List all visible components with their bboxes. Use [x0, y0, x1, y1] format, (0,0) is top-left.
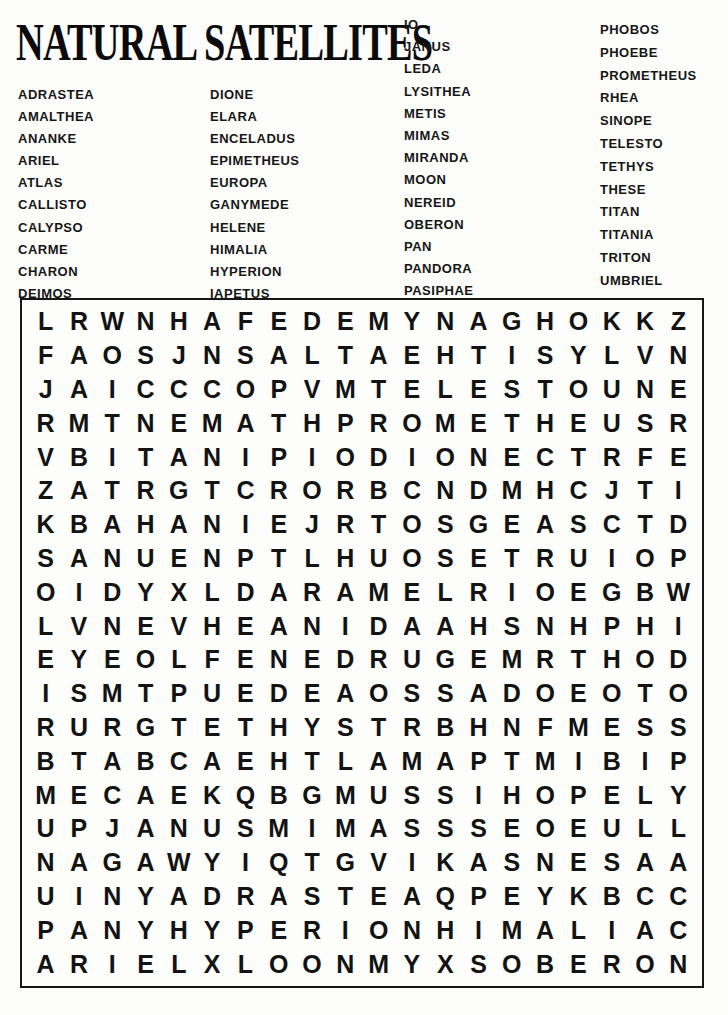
grid-cell: S	[429, 508, 462, 542]
grid-cell: N	[662, 947, 695, 981]
grid-cell: O	[96, 339, 129, 373]
grid-cell: O	[295, 947, 328, 981]
grid-cell: Q	[262, 846, 295, 880]
word-list-item: CHARON	[18, 261, 94, 283]
grid-cell: A	[528, 508, 561, 542]
grid-cell: M	[362, 947, 395, 981]
grid-cell: N	[195, 542, 228, 576]
grid-cell: E	[595, 711, 628, 745]
grid-cell: I	[662, 609, 695, 643]
grid-cell: N	[495, 711, 528, 745]
grid-cell: E	[495, 440, 528, 474]
word-list-item: DIONE	[210, 84, 300, 106]
grid-cell: I	[295, 812, 328, 846]
word-list-item: EUROPA	[210, 172, 300, 194]
grid-cell: H	[129, 508, 162, 542]
grid-cell: I	[628, 744, 661, 778]
word-list-item: UMBRIEL	[600, 270, 697, 293]
grid-cell: A	[362, 339, 395, 373]
word-list-item: HYPERION	[210, 261, 300, 283]
grid-cell: E	[229, 643, 262, 677]
grid-cell: N	[662, 339, 695, 373]
grid-cell: I	[495, 575, 528, 609]
grid-cell: I	[29, 677, 62, 711]
grid-cell: S	[29, 542, 62, 576]
grid-cell: H	[462, 711, 495, 745]
grid-cell: U	[62, 711, 95, 745]
grid-cell: R	[362, 406, 395, 440]
grid-cell: E	[295, 643, 328, 677]
grid-cell: A	[395, 609, 428, 643]
word-list-item: MIRANDA	[404, 147, 474, 169]
grid-cell: M	[29, 778, 62, 812]
word-list-item: TELESTO	[600, 133, 697, 156]
grid-cell: S	[395, 677, 428, 711]
grid-cell: B	[62, 440, 95, 474]
grid-cell: J	[29, 373, 62, 407]
grid-cell: E	[495, 812, 528, 846]
grid-cell: R	[462, 575, 495, 609]
grid-cell: E	[129, 947, 162, 981]
grid-cell: N	[96, 880, 129, 914]
word-list-item: ANANKE	[18, 128, 94, 150]
grid-cell: R	[528, 643, 561, 677]
grid-cell: T	[562, 440, 595, 474]
grid-cell: B	[29, 744, 62, 778]
grid-cell: V	[628, 339, 661, 373]
grid-cell: H	[462, 609, 495, 643]
grid-cell: B	[262, 778, 295, 812]
grid-cell: P	[162, 677, 195, 711]
grid-cell: U	[362, 542, 395, 576]
grid-cell: A	[462, 305, 495, 339]
word-list-item: ARIEL	[18, 150, 94, 172]
grid-cell: F	[229, 305, 262, 339]
grid-cell: Y	[395, 305, 428, 339]
grid-cell: E	[495, 508, 528, 542]
grid-cell: C	[395, 474, 428, 508]
grid-cell: K	[195, 778, 228, 812]
grid-cell: B	[429, 711, 462, 745]
grid-cell: H	[195, 609, 228, 643]
grid-cell: F	[628, 440, 661, 474]
grid-cell: U	[595, 406, 628, 440]
grid-cell: I	[395, 846, 428, 880]
grid-cell: O	[29, 575, 62, 609]
grid-cell: T	[362, 711, 395, 745]
grid-cell: Y	[129, 575, 162, 609]
grid-cell: E	[562, 846, 595, 880]
grid-cell: K	[429, 846, 462, 880]
grid-cell: S	[229, 812, 262, 846]
grid-cell: M	[495, 643, 528, 677]
grid-cell: N	[29, 846, 62, 880]
grid-cell: O	[362, 913, 395, 947]
grid-cell: E	[562, 406, 595, 440]
grid-cell: V	[162, 609, 195, 643]
grid-cell: Y	[195, 846, 228, 880]
grid-cell: R	[29, 406, 62, 440]
grid-cell: T	[295, 744, 328, 778]
grid-cell: A	[29, 947, 62, 981]
grid-cell: T	[362, 508, 395, 542]
grid-cell: S	[528, 339, 561, 373]
grid-cell: A	[528, 913, 561, 947]
grid-cell: L	[295, 542, 328, 576]
grid-cell: Q	[229, 778, 262, 812]
grid-cell: L	[162, 643, 195, 677]
grid-cell: A	[96, 744, 129, 778]
grid-cell: C	[229, 474, 262, 508]
grid-cell: O	[528, 575, 561, 609]
grid-cell: T	[628, 677, 661, 711]
word-list-item: JANUS	[404, 36, 474, 58]
grid-cell: A	[429, 609, 462, 643]
word-list-item: HELENE	[210, 217, 300, 239]
word-list-item: ENCELADUS	[210, 128, 300, 150]
grid-cell: O	[528, 778, 561, 812]
grid-cell: E	[495, 880, 528, 914]
grid-cell: T	[96, 474, 129, 508]
grid-cell: N	[528, 846, 561, 880]
grid-cell: Y	[129, 880, 162, 914]
grid-cell: S	[495, 846, 528, 880]
grid-cell: P	[262, 440, 295, 474]
grid-cell: A	[162, 880, 195, 914]
grid-cell: O	[495, 947, 528, 981]
grid-cell: A	[129, 846, 162, 880]
grid-cell: U	[29, 812, 62, 846]
grid-cell: Y	[195, 913, 228, 947]
grid-cell: E	[195, 711, 228, 745]
grid-cell: T	[628, 474, 661, 508]
grid-cell: E	[662, 373, 695, 407]
grid-cell: N	[195, 339, 228, 373]
grid-cell: E	[162, 542, 195, 576]
grid-cell: K	[595, 305, 628, 339]
grid-cell: A	[129, 812, 162, 846]
grid-cell: A	[329, 677, 362, 711]
grid-cell: I	[462, 913, 495, 947]
grid-cell: R	[595, 947, 628, 981]
grid-cell: L	[429, 575, 462, 609]
word-list-item: PANDORA	[404, 258, 474, 280]
grid-cell: D	[262, 677, 295, 711]
grid-cell: K	[562, 880, 595, 914]
grid-cell: H	[528, 305, 561, 339]
grid-cell: Y	[528, 880, 561, 914]
grid-cell: F	[29, 339, 62, 373]
grid-cell: T	[129, 440, 162, 474]
grid-cell: D	[96, 575, 129, 609]
word-search-grid: LRWNHAFEDEMYNAGHOKKZFAOSJNSALTAEHTISYLVN…	[20, 298, 704, 988]
grid-cell: A	[162, 440, 195, 474]
grid-cell: E	[662, 440, 695, 474]
word-list-item: RHEA	[600, 87, 697, 110]
grid-cell: M	[495, 474, 528, 508]
grid-cell: G	[462, 508, 495, 542]
grid-cell: L	[329, 744, 362, 778]
grid-cell: I	[96, 947, 129, 981]
grid-cell: X	[195, 947, 228, 981]
grid-cell: O	[329, 440, 362, 474]
word-list-item: PROMETHEUS	[600, 65, 697, 88]
grid-cell: U	[595, 812, 628, 846]
grid-cell: A	[62, 474, 95, 508]
word-list-item: CARME	[18, 239, 94, 261]
word-list-item: ADRASTEA	[18, 84, 94, 106]
grid-cell: V	[295, 373, 328, 407]
grid-cell: Y	[62, 643, 95, 677]
grid-cell: M	[495, 913, 528, 947]
grid-cell: H	[528, 406, 561, 440]
word-list-item: OBERON	[404, 214, 474, 236]
grid-cell: M	[429, 406, 462, 440]
grid-cell: U	[395, 643, 428, 677]
word-list-item: IO	[404, 14, 474, 36]
grid-cell: N	[329, 947, 362, 981]
grid-cell: O	[395, 508, 428, 542]
grid-cell: R	[595, 440, 628, 474]
grid-cell: N	[129, 406, 162, 440]
grid-cell: O	[628, 643, 661, 677]
grid-cell: O	[562, 373, 595, 407]
word-list-item: AMALTHEA	[18, 106, 94, 128]
grid-cell: E	[562, 677, 595, 711]
grid-cell: G	[129, 711, 162, 745]
word-list-item: TITANIA	[600, 224, 697, 247]
grid-cell: T	[362, 373, 395, 407]
word-list-item: LEDA	[404, 58, 474, 80]
grid-cell: T	[262, 406, 295, 440]
grid-cell: E	[229, 744, 262, 778]
grid-cell: P	[595, 609, 628, 643]
grid-cell: S	[628, 406, 661, 440]
grid-cell: U	[129, 542, 162, 576]
grid-cell: I	[295, 440, 328, 474]
grid-cell: G	[295, 778, 328, 812]
grid-cell: H	[295, 406, 328, 440]
grid-cell: D	[295, 305, 328, 339]
grid-cell: L	[562, 913, 595, 947]
grid-cell: W	[662, 575, 695, 609]
grid-cell: J	[595, 474, 628, 508]
word-list-column-2: DIONEELARAENCELADUSEPIMETHEUSEUROPAGANYM…	[210, 84, 300, 305]
grid-cell: O	[295, 474, 328, 508]
grid-cell: N	[295, 609, 328, 643]
grid-cell: N	[195, 440, 228, 474]
grid-cell: R	[362, 643, 395, 677]
grid-cell: T	[329, 339, 362, 373]
grid-cell: R	[62, 305, 95, 339]
grid-cell: R	[62, 947, 95, 981]
grid-cell: R	[329, 474, 362, 508]
grid-cell: R	[129, 474, 162, 508]
grid-cell: R	[329, 508, 362, 542]
grid-cell: G	[595, 575, 628, 609]
grid-cell: S	[395, 778, 428, 812]
grid-cell: U	[195, 677, 228, 711]
grid-cell: Y	[295, 711, 328, 745]
grid-cell: D	[195, 880, 228, 914]
grid-cell: P	[329, 406, 362, 440]
word-list-item: PHOBOS	[600, 19, 697, 42]
word-list-item: SINOPE	[600, 110, 697, 133]
grid-cell: D	[662, 508, 695, 542]
grid-cell: A	[62, 373, 95, 407]
grid-cell: L	[628, 812, 661, 846]
grid-cell: O	[528, 812, 561, 846]
grid-cell: S	[229, 339, 262, 373]
grid-cell: X	[162, 575, 195, 609]
grid-cell: T	[329, 880, 362, 914]
grid-cell: N	[96, 913, 129, 947]
grid-cell: I	[595, 542, 628, 576]
grid-cell: A	[262, 575, 295, 609]
grid-cell: L	[429, 373, 462, 407]
word-list-column-1: ADRASTEAAMALTHEAANANKEARIELATLASCALLISTO…	[18, 84, 94, 305]
grid-cell: I	[96, 373, 129, 407]
grid-cell: E	[329, 305, 362, 339]
grid-cell: C	[595, 508, 628, 542]
grid-cell: P	[462, 744, 495, 778]
grid-cell: P	[262, 373, 295, 407]
word-list-item: TRITON	[600, 247, 697, 270]
grid-cell: S	[429, 542, 462, 576]
grid-cell: D	[329, 643, 362, 677]
grid-cell: L	[595, 339, 628, 373]
grid-cell: E	[562, 947, 595, 981]
grid-cell: B	[129, 744, 162, 778]
grid-cell: N	[96, 609, 129, 643]
grid-cell: T	[495, 406, 528, 440]
grid-cell: V	[29, 440, 62, 474]
word-list-item: METIS	[404, 103, 474, 125]
grid-cell: O	[395, 542, 428, 576]
grid-cell: M	[62, 406, 95, 440]
grid-cell: A	[462, 677, 495, 711]
grid-cell: T	[62, 744, 95, 778]
grid-cell: O	[429, 440, 462, 474]
grid-cell: M	[329, 373, 362, 407]
grid-cell: C	[528, 440, 561, 474]
grid-cell: K	[628, 305, 661, 339]
grid-cell: H	[429, 913, 462, 947]
grid-cell: I	[662, 474, 695, 508]
word-list-item: TITAN	[600, 201, 697, 224]
word-list-item: CALYPSO	[18, 217, 94, 239]
grid-cell: N	[262, 643, 295, 677]
grid-cell: O	[628, 947, 661, 981]
grid-cell: Q	[429, 880, 462, 914]
grid-cell: A	[362, 744, 395, 778]
grid-cell: A	[129, 778, 162, 812]
word-list-item: HIMALIA	[210, 239, 300, 261]
grid-cell: I	[62, 575, 95, 609]
grid-cell: L	[662, 812, 695, 846]
grid-cell: S	[129, 339, 162, 373]
grid-cell: T	[495, 744, 528, 778]
grid-cell: R	[96, 711, 129, 745]
grid-cell: A	[628, 846, 661, 880]
grid-cell: O	[229, 373, 262, 407]
grid-cell: S	[462, 812, 495, 846]
grid-cell: P	[29, 913, 62, 947]
grid-cell: Z	[662, 305, 695, 339]
grid-cell: G	[329, 846, 362, 880]
word-list-item: GANYMEDE	[210, 194, 300, 216]
grid-cell: X	[429, 947, 462, 981]
grid-cell: T	[229, 711, 262, 745]
grid-cell: M	[262, 812, 295, 846]
grid-cell: W	[96, 305, 129, 339]
grid-cell: A	[429, 744, 462, 778]
grid-cell: L	[295, 339, 328, 373]
grid-cell: H	[262, 744, 295, 778]
grid-cell: N	[129, 305, 162, 339]
grid-cell: A	[262, 609, 295, 643]
grid-cell: N	[628, 373, 661, 407]
grid-cell: T	[195, 474, 228, 508]
grid-cell: D	[495, 677, 528, 711]
grid-cell: B	[528, 947, 561, 981]
grid-cell: I	[96, 440, 129, 474]
grid-cell: T	[528, 373, 561, 407]
grid-cell: S	[595, 846, 628, 880]
grid-cell: E	[462, 406, 495, 440]
grid-cell: S	[562, 508, 595, 542]
grid-cell: E	[395, 575, 428, 609]
grid-cell: P	[462, 880, 495, 914]
grid-cell: A	[262, 880, 295, 914]
grid-cell: I	[329, 913, 362, 947]
word-list-item: EPIMETHEUS	[210, 150, 300, 172]
grid-cell: E	[29, 643, 62, 677]
grid-cell: S	[429, 677, 462, 711]
grid-cell: R	[295, 913, 328, 947]
grid-cell: E	[162, 406, 195, 440]
grid-cell: I	[495, 339, 528, 373]
grid-cell: B	[628, 575, 661, 609]
grid-cell: V	[62, 609, 95, 643]
word-list-item: TETHYS	[600, 156, 697, 179]
grid-cell: R	[29, 711, 62, 745]
word-list-column-3: IOJANUSLEDALYSITHEAMETISMIMASMIRANDAMOON…	[404, 14, 474, 302]
grid-cell: A	[229, 406, 262, 440]
grid-cell: N	[96, 542, 129, 576]
grid-cell: N	[162, 812, 195, 846]
grid-cell: S	[429, 778, 462, 812]
grid-cell: P	[229, 913, 262, 947]
grid-cell: J	[162, 339, 195, 373]
grid-cell: E	[462, 643, 495, 677]
grid-cell: C	[162, 744, 195, 778]
grid-cell: U	[362, 778, 395, 812]
grid-cell: H	[595, 643, 628, 677]
grid-cell: T	[162, 711, 195, 745]
grid-cell: G	[495, 305, 528, 339]
grid-cell: R	[662, 406, 695, 440]
grid-cell: C	[162, 373, 195, 407]
grid-cell: U	[195, 812, 228, 846]
grid-cell: H	[162, 913, 195, 947]
grid-cell: E	[262, 305, 295, 339]
grid-cell: K	[29, 508, 62, 542]
grid-cell: A	[362, 812, 395, 846]
grid-cell: I	[229, 440, 262, 474]
grid-cell: T	[628, 508, 661, 542]
word-list-item: ATLAS	[18, 172, 94, 194]
